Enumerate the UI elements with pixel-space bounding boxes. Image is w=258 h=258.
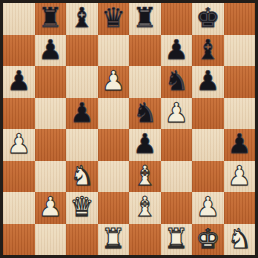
square-g2[interactable]: ♟ xyxy=(192,192,224,224)
white-rook-f1[interactable]: ♜ xyxy=(164,224,188,255)
square-a3[interactable] xyxy=(3,161,35,193)
square-f5[interactable]: ♟ xyxy=(161,98,193,130)
square-e7[interactable] xyxy=(129,35,161,67)
square-b7[interactable]: ♟ xyxy=(35,35,67,67)
chess-board-frame: ♜♝♛♜♚♟♟♝♟♟♞♟♟♞♟♟♟♟♞♝♟♟♛♝♟♜♜♚♞ xyxy=(0,0,258,258)
square-c6[interactable] xyxy=(66,66,98,98)
square-d2[interactable] xyxy=(98,192,130,224)
square-d4[interactable] xyxy=(98,129,130,161)
white-pawn-h3[interactable]: ♟ xyxy=(227,161,251,192)
square-f2[interactable] xyxy=(161,192,193,224)
black-rook-e8[interactable]: ♜ xyxy=(133,3,157,34)
square-d6[interactable]: ♟ xyxy=(98,66,130,98)
square-a2[interactable] xyxy=(3,192,35,224)
black-pawn-f7[interactable]: ♟ xyxy=(164,35,188,66)
white-knight-h1[interactable]: ♞ xyxy=(227,224,251,255)
square-d3[interactable] xyxy=(98,161,130,193)
square-b3[interactable] xyxy=(35,161,67,193)
square-a1[interactable] xyxy=(3,224,35,256)
square-f4[interactable] xyxy=(161,129,193,161)
square-e6[interactable] xyxy=(129,66,161,98)
square-f1[interactable]: ♜ xyxy=(161,224,193,256)
chess-board: ♜♝♛♜♚♟♟♝♟♟♞♟♟♞♟♟♟♟♞♝♟♟♛♝♟♜♜♚♞ xyxy=(3,3,255,255)
square-a4[interactable]: ♟ xyxy=(3,129,35,161)
square-h7[interactable] xyxy=(224,35,256,67)
square-e2[interactable]: ♝ xyxy=(129,192,161,224)
black-queen-d8[interactable]: ♛ xyxy=(101,3,125,34)
square-c5[interactable]: ♟ xyxy=(66,98,98,130)
square-b4[interactable] xyxy=(35,129,67,161)
black-knight-e5[interactable]: ♞ xyxy=(133,98,157,129)
square-e8[interactable]: ♜ xyxy=(129,3,161,35)
square-f7[interactable]: ♟ xyxy=(161,35,193,67)
square-g8[interactable]: ♚ xyxy=(192,3,224,35)
square-h2[interactable] xyxy=(224,192,256,224)
square-c2[interactable]: ♛ xyxy=(66,192,98,224)
square-h8[interactable] xyxy=(224,3,256,35)
white-king-g1[interactable]: ♚ xyxy=(196,224,220,255)
white-pawn-g2[interactable]: ♟ xyxy=(196,192,220,223)
square-b5[interactable] xyxy=(35,98,67,130)
square-h5[interactable] xyxy=(224,98,256,130)
square-d7[interactable] xyxy=(98,35,130,67)
square-e5[interactable]: ♞ xyxy=(129,98,161,130)
square-d8[interactable]: ♛ xyxy=(98,3,130,35)
black-pawn-b7[interactable]: ♟ xyxy=(38,35,62,66)
square-f8[interactable] xyxy=(161,3,193,35)
black-rook-b8[interactable]: ♜ xyxy=(38,3,62,34)
square-c7[interactable] xyxy=(66,35,98,67)
black-bishop-c8[interactable]: ♝ xyxy=(70,3,94,34)
white-bishop-e2[interactable]: ♝ xyxy=(133,192,157,223)
square-c1[interactable] xyxy=(66,224,98,256)
square-a6[interactable]: ♟ xyxy=(3,66,35,98)
white-rook-d1[interactable]: ♜ xyxy=(101,224,125,255)
square-g5[interactable] xyxy=(192,98,224,130)
square-c4[interactable] xyxy=(66,129,98,161)
black-knight-f6[interactable]: ♞ xyxy=(164,66,188,97)
square-h1[interactable]: ♞ xyxy=(224,224,256,256)
square-f6[interactable]: ♞ xyxy=(161,66,193,98)
square-d1[interactable]: ♜ xyxy=(98,224,130,256)
square-c8[interactable]: ♝ xyxy=(66,3,98,35)
white-pawn-b2[interactable]: ♟ xyxy=(38,192,62,223)
square-a8[interactable] xyxy=(3,3,35,35)
square-b6[interactable] xyxy=(35,66,67,98)
square-g1[interactable]: ♚ xyxy=(192,224,224,256)
square-b8[interactable]: ♜ xyxy=(35,3,67,35)
white-pawn-d6[interactable]: ♟ xyxy=(101,66,125,97)
black-bishop-g7[interactable]: ♝ xyxy=(196,35,220,66)
white-queen-c2[interactable]: ♛ xyxy=(70,192,94,223)
square-f3[interactable] xyxy=(161,161,193,193)
white-bishop-e3[interactable]: ♝ xyxy=(133,161,157,192)
square-g6[interactable]: ♟ xyxy=(192,66,224,98)
white-pawn-a4[interactable]: ♟ xyxy=(7,129,31,160)
white-knight-c3[interactable]: ♞ xyxy=(70,161,94,192)
black-pawn-e4[interactable]: ♟ xyxy=(133,129,157,160)
square-e1[interactable] xyxy=(129,224,161,256)
square-c3[interactable]: ♞ xyxy=(66,161,98,193)
square-g3[interactable] xyxy=(192,161,224,193)
square-h4[interactable]: ♟ xyxy=(224,129,256,161)
black-pawn-a6[interactable]: ♟ xyxy=(7,66,31,97)
square-g4[interactable] xyxy=(192,129,224,161)
square-a5[interactable] xyxy=(3,98,35,130)
black-pawn-h4[interactable]: ♟ xyxy=(227,129,251,160)
square-h3[interactable]: ♟ xyxy=(224,161,256,193)
square-d5[interactable] xyxy=(98,98,130,130)
white-pawn-f5[interactable]: ♟ xyxy=(164,98,188,129)
square-b1[interactable] xyxy=(35,224,67,256)
square-h6[interactable] xyxy=(224,66,256,98)
square-a7[interactable] xyxy=(3,35,35,67)
square-b2[interactable]: ♟ xyxy=(35,192,67,224)
black-pawn-c5[interactable]: ♟ xyxy=(70,98,94,129)
black-pawn-g6[interactable]: ♟ xyxy=(196,66,220,97)
square-g7[interactable]: ♝ xyxy=(192,35,224,67)
square-e3[interactable]: ♝ xyxy=(129,161,161,193)
black-king-g8[interactable]: ♚ xyxy=(196,3,220,34)
square-e4[interactable]: ♟ xyxy=(129,129,161,161)
